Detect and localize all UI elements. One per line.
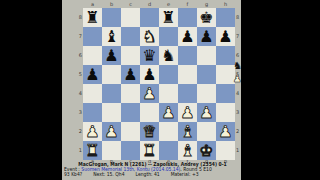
square-f8[interactable] [178, 8, 197, 27]
square-b2[interactable]: ♟ [102, 122, 121, 141]
square-d5[interactable]: ♟ [140, 65, 159, 84]
rank-label-7: 7 [75, 34, 82, 39]
captured-white-piece-icon: ♟ [233, 72, 242, 85]
square-g3[interactable]: ♟ [197, 103, 216, 122]
square-d7[interactable]: ♞ [140, 27, 159, 46]
piece-white-k-g1: ♚ [197, 141, 216, 160]
square-g8[interactable]: ♚ [197, 8, 216, 27]
square-c7[interactable] [121, 27, 140, 46]
square-e5[interactable] [159, 65, 178, 84]
rank-labels-left: 87654321 [75, 8, 82, 160]
file-label-h: h [216, 2, 235, 7]
board: ♜♜♚♝♞♟♟♟♟♛♞♟♟♟♟♟♟♟♟♟♛♝♟♜♜♝♚ [83, 8, 235, 160]
square-a5[interactable]: ♟ [83, 65, 102, 84]
piece-white-p-d4: ♟ [140, 84, 159, 103]
square-f1[interactable]: ♝ [178, 141, 197, 160]
letterbox-left [0, 0, 62, 180]
piece-white-q-d2: ♛ [140, 122, 159, 141]
square-f4[interactable] [178, 84, 197, 103]
rank-label-4: 4 [75, 91, 82, 96]
piece-black-p-g7: ♟ [197, 27, 216, 46]
rank-label-1: 1 [236, 148, 242, 153]
square-h8[interactable] [216, 8, 235, 27]
piece-black-p-c5: ♟ [121, 65, 140, 84]
square-c6[interactable] [121, 46, 140, 65]
rank-label-4: 4 [236, 91, 242, 96]
status-line: 93 Kb4? Next: 15. Qh4 Length: 41 Materia… [64, 172, 241, 177]
piece-white-r-d1: ♜ [140, 141, 159, 160]
piece-white-p-h2: ♟ [216, 122, 235, 141]
square-a3[interactable] [83, 103, 102, 122]
rank-label-6: 6 [75, 53, 82, 58]
piece-black-p-f7: ♟ [178, 27, 197, 46]
rank-label-3: 3 [236, 110, 242, 115]
square-a7[interactable] [83, 27, 102, 46]
file-label-c: c [121, 2, 140, 7]
square-g7[interactable]: ♟ [197, 27, 216, 46]
square-d6[interactable]: ♛ [140, 46, 159, 65]
square-b4[interactable] [102, 84, 121, 103]
piece-black-b-b7: ♝ [102, 27, 121, 46]
rank-label-5: 5 [75, 72, 82, 77]
square-g1[interactable]: ♚ [197, 141, 216, 160]
piece-white-p-f3: ♟ [178, 103, 197, 122]
rank-label-3: 3 [75, 110, 82, 115]
square-e7[interactable] [159, 27, 178, 46]
square-g6[interactable] [197, 46, 216, 65]
piece-black-k-g8: ♚ [197, 8, 216, 27]
piece-white-b-f2: ♝ [178, 122, 197, 141]
square-a4[interactable] [83, 84, 102, 103]
square-f6[interactable] [178, 46, 197, 65]
rank-label-8: 8 [75, 15, 82, 20]
file-label-a: a [83, 2, 102, 7]
piece-white-b-f1: ♝ [178, 141, 197, 160]
square-d1[interactable]: ♜ [140, 141, 159, 160]
piece-white-n-d7: ♞ [140, 27, 159, 46]
piece-white-p-a2: ♟ [83, 122, 102, 141]
chess-viewer-panel: abcdefgh 87654321 87654321 abcdefgh ♜♜♚♝… [62, 0, 241, 180]
rank-label-2: 2 [236, 129, 242, 134]
square-h1[interactable] [216, 141, 235, 160]
square-b8[interactable] [102, 8, 121, 27]
square-d4[interactable]: ♟ [140, 84, 159, 103]
file-label-g: g [197, 2, 216, 7]
piece-white-p-e3: ♟ [159, 103, 178, 122]
square-g2[interactable] [197, 122, 216, 141]
square-b1[interactable] [102, 141, 121, 160]
captured-black-piece-icon: ♞ [233, 59, 242, 72]
status-next-move: Next: 15. Qh4 [93, 172, 124, 177]
square-c5[interactable]: ♟ [121, 65, 140, 84]
square-f7[interactable]: ♟ [178, 27, 197, 46]
square-c3[interactable] [121, 103, 140, 122]
square-e3[interactable]: ♟ [159, 103, 178, 122]
file-label-d: d [140, 2, 159, 7]
status-length: Length: 41 [136, 172, 160, 177]
file-label-f: f [178, 2, 197, 7]
square-b3[interactable] [102, 103, 121, 122]
rank-label-2: 2 [75, 129, 82, 134]
square-b6[interactable]: ♟ [102, 46, 121, 65]
rank-label-7: 7 [236, 34, 242, 39]
square-a2[interactable]: ♟ [83, 122, 102, 141]
square-e4[interactable] [159, 84, 178, 103]
piece-black-q-d6: ♛ [140, 46, 159, 65]
piece-black-n-e6: ♞ [159, 46, 178, 65]
piece-black-r-e8: ♜ [159, 8, 178, 27]
square-h7[interactable]: ♟ [216, 27, 235, 46]
square-b5[interactable] [102, 65, 121, 84]
piece-white-p-b2: ♟ [102, 122, 121, 141]
square-d3[interactable] [140, 103, 159, 122]
status-move: 93 Kb4? [64, 172, 82, 177]
square-f3[interactable]: ♟ [178, 103, 197, 122]
square-g4[interactable] [197, 84, 216, 103]
file-label-b: b [102, 2, 121, 7]
piece-black-p-h7: ♟ [216, 27, 235, 46]
square-c2[interactable] [121, 122, 140, 141]
captured-pieces-tray: ♞ ♟ [233, 59, 242, 85]
square-f5[interactable] [178, 65, 197, 84]
square-h4[interactable] [216, 84, 235, 103]
square-c4[interactable] [121, 84, 140, 103]
square-e1[interactable] [159, 141, 178, 160]
square-a8[interactable]: ♜ [83, 8, 102, 27]
square-e8[interactable]: ♜ [159, 8, 178, 27]
square-h2[interactable]: ♟ [216, 122, 235, 141]
square-h3[interactable] [216, 103, 235, 122]
square-d2[interactable]: ♛ [140, 122, 159, 141]
square-a6[interactable] [83, 46, 102, 65]
square-c1[interactable] [121, 141, 140, 160]
piece-black-p-d5: ♟ [140, 65, 159, 84]
piece-white-p-g3: ♟ [197, 103, 216, 122]
status-material: Material: +3 [171, 172, 199, 177]
letterbox-right [241, 0, 320, 180]
file-labels-top: abcdefgh [83, 2, 235, 7]
rank-label-1: 1 [75, 148, 82, 153]
file-label-e: e [159, 2, 178, 7]
square-f2[interactable]: ♝ [178, 122, 197, 141]
piece-black-p-a5: ♟ [83, 65, 102, 84]
rank-label-6: 6 [236, 53, 242, 58]
square-b7[interactable]: ♝ [102, 27, 121, 46]
piece-black-r-a8: ♜ [83, 8, 102, 27]
square-d8[interactable] [140, 8, 159, 27]
square-e6[interactable]: ♞ [159, 46, 178, 65]
square-c8[interactable] [121, 8, 140, 27]
piece-black-p-b6: ♟ [102, 46, 121, 65]
square-e2[interactable] [159, 122, 178, 141]
rank-label-8: 8 [236, 15, 242, 20]
square-g5[interactable] [197, 65, 216, 84]
square-a1[interactable]: ♜ [83, 141, 102, 160]
piece-white-r-a1: ♜ [83, 141, 102, 160]
